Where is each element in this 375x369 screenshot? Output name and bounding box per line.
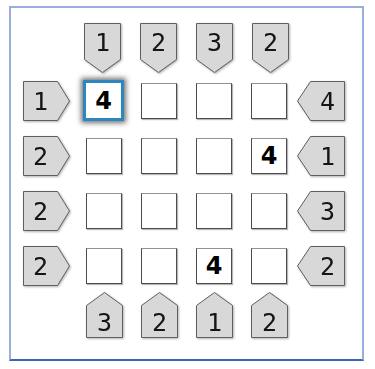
clue-value: 1 [320, 142, 335, 171]
clue-value: 2 [33, 197, 48, 226]
cell-r1c1[interactable]: 4 [83, 80, 124, 121]
clue-value: 3 [207, 28, 222, 57]
clue-value: 3 [320, 197, 335, 226]
clue-value: 2 [152, 308, 167, 337]
clue-bottom-2: 2 [141, 292, 178, 338]
cell-r3c1[interactable] [86, 193, 122, 229]
clue-value: 1 [207, 308, 222, 337]
clue-value: 4 [320, 87, 335, 116]
clue-left-3: 2 [23, 191, 70, 231]
clue-top-2: 2 [140, 23, 177, 73]
clue-top-1: 1 [84, 23, 121, 73]
clue-value: 2 [33, 252, 48, 281]
cell-r1c4[interactable] [251, 83, 287, 119]
cell-r3c2[interactable] [141, 193, 177, 229]
clue-left-1: 1 [23, 81, 70, 121]
cell-r4c2[interactable] [141, 248, 177, 284]
cell-r3c3[interactable] [196, 193, 232, 229]
clue-value: 2 [151, 28, 166, 57]
cell-r2c2[interactable] [141, 138, 177, 174]
clue-value: 2 [33, 142, 48, 171]
clue-right-4: 2 [297, 246, 345, 286]
clue-value: 2 [262, 308, 277, 337]
clue-value: 2 [320, 252, 335, 281]
clue-left-4: 2 [23, 246, 70, 286]
clue-top-4: 2 [252, 23, 289, 73]
cell-r4c4[interactable] [251, 248, 287, 284]
clue-value: 3 [97, 308, 112, 337]
cell-r1c2[interactable] [141, 83, 177, 119]
clue-value: 1 [95, 28, 110, 57]
clue-bottom-4: 2 [251, 292, 288, 338]
clue-left-2: 2 [23, 136, 70, 176]
clue-top-3: 3 [196, 23, 233, 73]
cell-r2c3[interactable] [196, 138, 232, 174]
clue-value: 1 [33, 87, 48, 116]
cell-r1c3[interactable] [196, 83, 232, 119]
cell-r3c4[interactable] [251, 193, 287, 229]
puzzle-window: 1 2 3 2 1 2 2 2 4 1 3 2 [0, 0, 375, 369]
clue-bottom-3: 1 [196, 292, 233, 338]
clue-right-1: 4 [297, 81, 345, 121]
cell-r2c1[interactable] [86, 138, 122, 174]
board-frame [9, 6, 364, 361]
clue-value: 2 [263, 28, 278, 57]
clue-right-2: 1 [297, 136, 345, 176]
cell-r4c3[interactable]: 4 [196, 248, 232, 284]
clue-right-3: 3 [297, 191, 345, 231]
clue-bottom-1: 3 [86, 292, 123, 338]
cell-r2c4[interactable]: 4 [251, 138, 287, 174]
cell-r4c1[interactable] [86, 248, 122, 284]
